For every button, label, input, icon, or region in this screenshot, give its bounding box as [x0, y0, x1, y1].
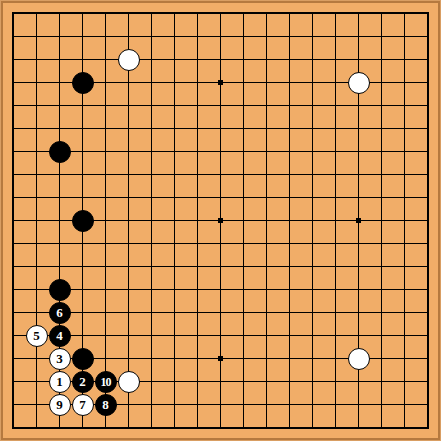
stone-black-c5: 4 [49, 325, 71, 347]
star-point [218, 356, 223, 361]
stone-black-d4 [72, 348, 94, 370]
stone-white-c2: 9 [49, 394, 71, 416]
stone-white-b5: 5 [26, 325, 48, 347]
stone-white-d2: 7 [72, 394, 94, 416]
board-grid: 65431210978 [2, 2, 439, 439]
go-board: 65431210978 [0, 0, 441, 441]
stone-black-d3: 2 [72, 371, 94, 393]
star-point [356, 218, 361, 223]
stone-black-e2: 8 [95, 394, 117, 416]
star-point [218, 80, 223, 85]
stone-white-q4 [348, 348, 370, 370]
stone-black-d10 [72, 210, 94, 232]
stone-black-c13 [49, 141, 71, 163]
stone-black-c7 [49, 279, 71, 301]
stone-white-f3 [118, 371, 140, 393]
stone-white-c3: 1 [49, 371, 71, 393]
stone-black-e3: 10 [95, 371, 117, 393]
stone-white-c4: 3 [49, 348, 71, 370]
stone-black-d16 [72, 72, 94, 94]
stone-black-c6: 6 [49, 302, 71, 324]
star-point [218, 218, 223, 223]
stone-white-f17 [118, 49, 140, 71]
stone-white-q16 [348, 72, 370, 94]
